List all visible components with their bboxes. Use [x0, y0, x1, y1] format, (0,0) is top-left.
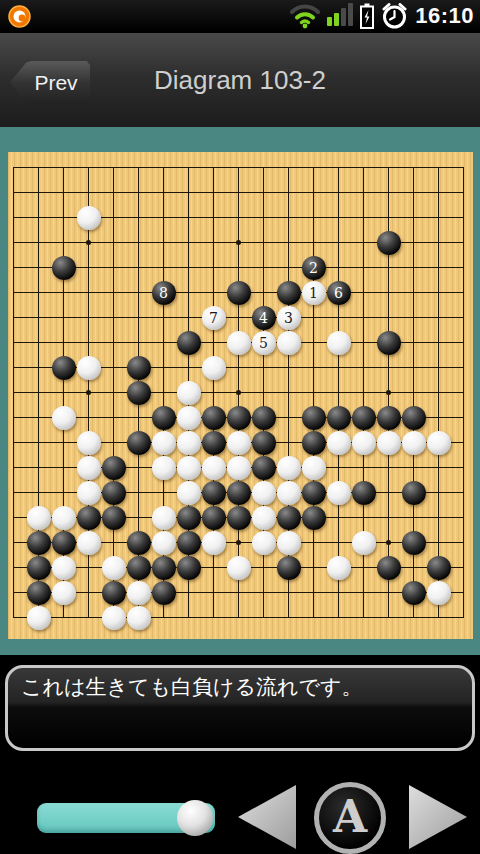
star-point — [86, 240, 91, 245]
stone-white — [77, 481, 101, 505]
stone-black — [277, 556, 301, 580]
stone-white — [77, 531, 101, 555]
stone-white — [77, 206, 101, 230]
stone-black — [227, 406, 251, 430]
stone-black — [302, 506, 326, 530]
stone-white — [327, 331, 351, 355]
stone-white — [352, 531, 376, 555]
stone-white — [302, 456, 326, 480]
stone-white — [277, 481, 301, 505]
stone-black — [152, 406, 176, 430]
stone-white — [377, 431, 401, 455]
stone-black — [377, 231, 401, 255]
stone-black — [202, 406, 226, 430]
stone-white — [152, 456, 176, 480]
progress-slider[interactable] — [37, 803, 215, 833]
stone-white — [152, 531, 176, 555]
stone-black — [102, 481, 126, 505]
stone-white — [77, 456, 101, 480]
stone-white — [252, 481, 276, 505]
battery-charging-icon — [360, 3, 374, 29]
comment-area: これは生きても白負ける流れです。 — [0, 665, 480, 780]
stone-black — [377, 331, 401, 355]
header: Diagram 103-2 Prev — [0, 32, 480, 127]
stone-white — [352, 431, 376, 455]
signal-strength-icon — [327, 2, 353, 30]
stone-white — [77, 431, 101, 455]
status-bar: 16:10 — [0, 0, 480, 32]
stone-white — [77, 356, 101, 380]
stone-white — [202, 531, 226, 555]
stone-black: 4 — [252, 306, 276, 330]
stone-black — [227, 506, 251, 530]
progress-slider-knob[interactable] — [177, 800, 213, 836]
stone-white — [52, 556, 76, 580]
comment-text: これは生きても白負ける流れです。 — [5, 665, 475, 751]
stone-white — [52, 506, 76, 530]
stone-black — [152, 581, 176, 605]
stone-black — [177, 531, 201, 555]
stone-black — [102, 581, 126, 605]
stone-black — [377, 406, 401, 430]
stone-black — [127, 381, 151, 405]
stone-black — [177, 331, 201, 355]
stone-black — [302, 431, 326, 455]
stone-white — [177, 431, 201, 455]
stone-black — [402, 581, 426, 605]
stone-black — [52, 356, 76, 380]
stone-black — [127, 356, 151, 380]
alarm-clock-icon — [381, 3, 408, 30]
star-point — [386, 390, 391, 395]
stone-white — [402, 431, 426, 455]
go-board[interactable]: 28167435 — [8, 152, 473, 639]
stone-black — [102, 456, 126, 480]
stone-black — [352, 481, 376, 505]
stone-white — [277, 456, 301, 480]
stone-white — [27, 606, 51, 630]
stone-white — [252, 531, 276, 555]
stone-black — [152, 556, 176, 580]
stone-white — [102, 606, 126, 630]
annotation-button[interactable]: A — [314, 782, 386, 854]
stone-white — [252, 506, 276, 530]
stone-black — [177, 506, 201, 530]
stone-white — [177, 406, 201, 430]
stone-white — [227, 431, 251, 455]
stone-black — [277, 506, 301, 530]
stone-black: 2 — [302, 256, 326, 280]
stone-white — [152, 506, 176, 530]
stone-white — [227, 556, 251, 580]
stone-white — [327, 431, 351, 455]
stone-black — [52, 531, 76, 555]
stone-black — [52, 256, 76, 280]
previous-move-button[interactable] — [238, 785, 296, 849]
stone-white: 7 — [202, 306, 226, 330]
stone-black — [377, 556, 401, 580]
app-icon — [8, 5, 31, 28]
stone-black — [252, 406, 276, 430]
stone-white — [227, 456, 251, 480]
stone-white — [327, 556, 351, 580]
stone-black — [352, 406, 376, 430]
star-point — [386, 540, 391, 545]
stone-black — [27, 556, 51, 580]
stone-white — [127, 606, 151, 630]
stone-white: 5 — [252, 331, 276, 355]
stone-white — [427, 431, 451, 455]
stone-white: 1 — [302, 281, 326, 305]
stone-white — [152, 431, 176, 455]
stone-white — [177, 456, 201, 480]
stone-black — [27, 531, 51, 555]
stone-black — [27, 581, 51, 605]
stone-black — [127, 431, 151, 455]
stone-black — [177, 556, 201, 580]
stone-black: 8 — [152, 281, 176, 305]
star-point — [86, 390, 91, 395]
annotation-button-letter: A — [333, 791, 367, 842]
stone-black — [277, 281, 301, 305]
stone-black — [77, 506, 101, 530]
stone-white — [202, 356, 226, 380]
stone-black — [127, 531, 151, 555]
stone-white — [27, 506, 51, 530]
wifi-icon — [290, 3, 320, 29]
stone-black — [202, 431, 226, 455]
stone-white — [277, 331, 301, 355]
stone-white — [277, 531, 301, 555]
stone-white — [102, 556, 126, 580]
stone-white — [177, 481, 201, 505]
stone-white — [177, 381, 201, 405]
stone-black — [402, 481, 426, 505]
stone-black — [252, 431, 276, 455]
stone-black — [102, 506, 126, 530]
stone-black — [202, 506, 226, 530]
stone-white — [52, 406, 76, 430]
stone-black — [327, 406, 351, 430]
stone-white — [202, 456, 226, 480]
controls-bar: A — [0, 780, 480, 854]
goban-grid: 28167435 — [13, 167, 464, 618]
stone-white — [52, 581, 76, 605]
stone-black — [427, 556, 451, 580]
clock-time: 16:10 — [415, 3, 474, 29]
stone-black — [402, 531, 426, 555]
stone-black: 6 — [327, 281, 351, 305]
stone-black — [302, 406, 326, 430]
stone-black — [252, 456, 276, 480]
stone-white — [227, 331, 251, 355]
stone-black — [227, 481, 251, 505]
stone-black — [402, 406, 426, 430]
stone-black — [227, 281, 251, 305]
stone-white — [127, 581, 151, 605]
stone-white — [427, 581, 451, 605]
stone-black — [202, 481, 226, 505]
star-point — [236, 240, 241, 245]
next-move-button[interactable] — [409, 785, 467, 849]
star-point — [236, 540, 241, 545]
stone-black — [127, 556, 151, 580]
board-frame: 28167435 — [0, 127, 480, 655]
stone-white — [327, 481, 351, 505]
stone-white: 3 — [277, 306, 301, 330]
stone-black — [302, 481, 326, 505]
star-point — [236, 390, 241, 395]
